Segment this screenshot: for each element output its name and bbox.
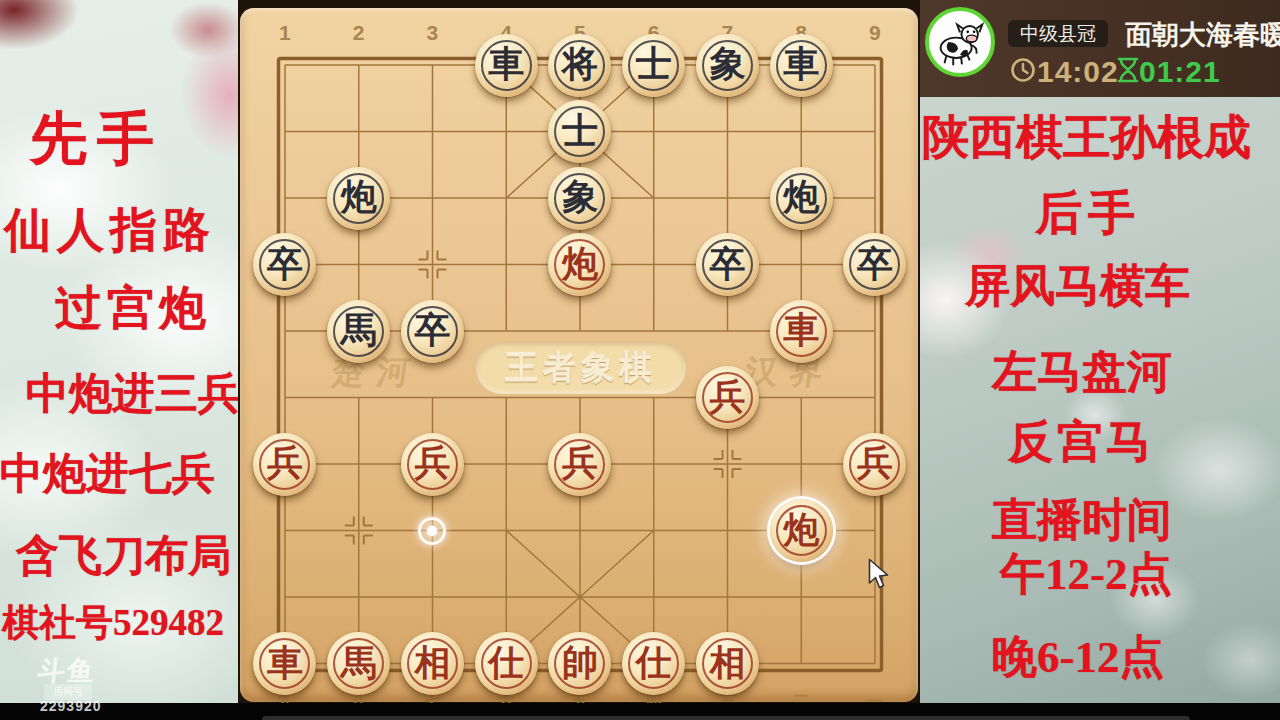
piece-glyph: 炮 bbox=[341, 179, 377, 215]
hourglass-icon bbox=[1116, 57, 1140, 83]
ad-line-noon-hours: 午12-2点 bbox=[1000, 550, 1173, 600]
game-clock: 14:02 bbox=[1037, 55, 1119, 89]
piece-glyph: 卒 bbox=[857, 246, 893, 282]
ad-line-fangongma: 反宫马 bbox=[1008, 418, 1155, 468]
piece-glyph: 仕 bbox=[636, 645, 672, 681]
board-column: 123456789 楚河 汉界 王者象棋 車将士象車士炮象炮卒炮卒卒馬卒車兵兵兵… bbox=[238, 0, 920, 720]
piece-glyph: 卒 bbox=[267, 246, 303, 282]
ad-line-feidao: 含飞刀布局 bbox=[16, 532, 231, 579]
piece-red-車[interactable]: 車 bbox=[253, 632, 316, 695]
piece-glyph: 相 bbox=[709, 645, 745, 681]
piece-glyph: 帥 bbox=[562, 645, 598, 681]
piece-glyph: 相 bbox=[414, 645, 450, 681]
piece-glyph: 馬 bbox=[341, 645, 377, 681]
piece-red-兵[interactable]: 兵 bbox=[843, 433, 906, 496]
clock-icon bbox=[1010, 57, 1036, 83]
piece-red-帥[interactable]: 帥 bbox=[548, 632, 611, 695]
last-move-origin-marker bbox=[418, 517, 446, 545]
ad-line-zhibo-shijian: 直播时间 bbox=[992, 496, 1172, 546]
xiangqi-board[interactable]: 123456789 楚河 汉界 王者象棋 車将士象車士炮象炮卒炮卒卒馬卒車兵兵兵… bbox=[240, 8, 918, 702]
ad-line-qishe-id: 棋社号529482 bbox=[2, 603, 224, 644]
ad-line-player-name: 陕西棋王孙根成 bbox=[922, 112, 1251, 164]
stream-header: 中级县冠 面朝大海春暖 14:02 01:21 bbox=[920, 0, 1280, 97]
piece-glyph: 士 bbox=[636, 46, 672, 82]
piece-red-仕[interactable]: 仕 bbox=[622, 632, 685, 695]
piece-black-炮[interactable]: 炮 bbox=[770, 167, 833, 230]
stream-title: 面朝大海春暖 bbox=[1125, 17, 1280, 53]
room-id: 2293920 bbox=[40, 698, 102, 714]
bottom-panel-edge bbox=[262, 716, 1190, 720]
piece-glyph: 兵 bbox=[267, 445, 303, 481]
piece-red-炮[interactable]: 炮 bbox=[548, 233, 611, 296]
piece-glyph: 炮 bbox=[783, 512, 819, 548]
left-ad-panel: 先手 仙人指路 过宫炮 中炮进三兵 中炮进七兵 含飞刀布局 棋社号529482 bbox=[0, 0, 238, 720]
piece-black-車[interactable]: 車 bbox=[475, 34, 538, 97]
piece-glyph: 象 bbox=[709, 46, 745, 82]
piece-black-卒[interactable]: 卒 bbox=[696, 233, 759, 296]
piece-glyph: 仕 bbox=[488, 645, 524, 681]
piece-black-卒[interactable]: 卒 bbox=[843, 233, 906, 296]
piece-black-卒[interactable]: 卒 bbox=[253, 233, 316, 296]
rank-badge: 中级县冠 bbox=[1008, 20, 1108, 47]
ad-line-xianshou: 先手 bbox=[30, 108, 164, 171]
piece-red-車[interactable]: 車 bbox=[770, 300, 833, 363]
piece-red-兵[interactable]: 兵 bbox=[548, 433, 611, 496]
piece-glyph: 士 bbox=[562, 113, 598, 149]
piece-glyph: 車 bbox=[267, 645, 303, 681]
board-grid[interactable]: 車将士象車士炮象炮卒炮卒卒馬卒車兵兵兵兵兵炮車馬相仕帥仕相 bbox=[248, 32, 912, 697]
piece-glyph: 車 bbox=[488, 46, 524, 82]
piece-glyph: 兵 bbox=[562, 445, 598, 481]
piece-black-象[interactable]: 象 bbox=[696, 34, 759, 97]
piece-glyph: 象 bbox=[562, 179, 598, 215]
piece-glyph: 炮 bbox=[562, 246, 598, 282]
ad-line-houshou: 后手 bbox=[1035, 188, 1141, 240]
piece-red-兵[interactable]: 兵 bbox=[401, 433, 464, 496]
bottom-letterbox bbox=[0, 703, 1280, 720]
right-ad-panel: 陕西棋王孙根成 后手 屏风马横车 左马盘河 反宫马 直播时间 午12-2点 晚6… bbox=[920, 0, 1280, 720]
piece-glyph: 兵 bbox=[709, 379, 745, 415]
piece-black-士[interactable]: 士 bbox=[622, 34, 685, 97]
piece-glyph: 兵 bbox=[857, 445, 893, 481]
piece-red-兵[interactable]: 兵 bbox=[696, 366, 759, 429]
piece-black-将[interactable]: 将 bbox=[548, 34, 611, 97]
piece-black-士[interactable]: 士 bbox=[548, 100, 611, 163]
piece-glyph: 将 bbox=[562, 46, 598, 82]
piece-glyph: 卒 bbox=[414, 312, 450, 348]
ad-line-zhongpao-qibing: 中炮进七兵 bbox=[0, 450, 215, 497]
streamer-avatar[interactable] bbox=[925, 7, 995, 77]
ad-line-xianrenzhilu: 仙人指路 bbox=[4, 205, 216, 257]
piece-black-車[interactable]: 車 bbox=[770, 34, 833, 97]
piece-black-炮[interactable]: 炮 bbox=[327, 167, 390, 230]
piece-glyph: 炮 bbox=[783, 179, 819, 215]
ad-line-night-hours: 晚6-12点 bbox=[992, 633, 1165, 683]
move-timer: 01:21 bbox=[1139, 55, 1221, 89]
piece-red-兵[interactable]: 兵 bbox=[253, 433, 316, 496]
piece-glyph: 卒 bbox=[709, 246, 745, 282]
piece-red-相[interactable]: 相 bbox=[401, 632, 464, 695]
piece-glyph: 馬 bbox=[341, 312, 377, 348]
piece-red-馬[interactable]: 馬 bbox=[327, 632, 390, 695]
piece-glyph: 車 bbox=[783, 312, 819, 348]
piece-red-仕[interactable]: 仕 bbox=[475, 632, 538, 695]
piece-black-象[interactable]: 象 bbox=[548, 167, 611, 230]
piece-black-卒[interactable]: 卒 bbox=[401, 300, 464, 363]
ad-line-zhongpao-sanbing: 中炮进三兵 bbox=[26, 370, 238, 417]
ad-line-zuomapanhe: 左马盘河 bbox=[992, 348, 1172, 398]
piece-glyph: 兵 bbox=[414, 445, 450, 481]
piece-black-馬[interactable]: 馬 bbox=[327, 300, 390, 363]
piece-glyph: 車 bbox=[783, 46, 819, 82]
mouse-cursor bbox=[868, 558, 890, 590]
cow-avatar-icon bbox=[929, 11, 991, 73]
ad-line-pingfengma: 屏风马横车 bbox=[965, 262, 1190, 312]
ad-line-guogongpao: 过宫炮 bbox=[55, 283, 211, 335]
piece-red-炮[interactable]: 炮 bbox=[770, 499, 833, 562]
piece-red-相[interactable]: 相 bbox=[696, 632, 759, 695]
